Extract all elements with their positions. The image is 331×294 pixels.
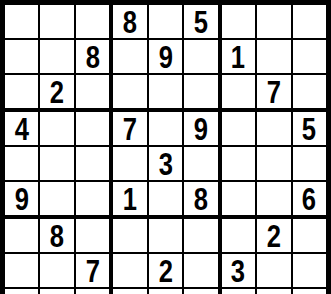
cell-r4c5[interactable] bbox=[149, 112, 182, 145]
cell-r6c9[interactable]: 6 bbox=[293, 182, 326, 215]
cell-r8c3[interactable]: 7 bbox=[76, 254, 109, 287]
cell-r3c1[interactable] bbox=[5, 75, 38, 108]
given-digit: 4 bbox=[15, 112, 29, 145]
cell-r2c7[interactable]: 1 bbox=[222, 40, 255, 73]
cell-r7c5[interactable] bbox=[149, 219, 182, 252]
given-digit: 8 bbox=[194, 182, 208, 215]
cell-r1c2[interactable] bbox=[40, 5, 73, 38]
cell-r5c4[interactable] bbox=[113, 147, 146, 180]
cell-r5c3[interactable] bbox=[76, 147, 109, 180]
given-digit: 3 bbox=[158, 147, 172, 180]
given-digit: 1 bbox=[231, 40, 245, 73]
given-digit: 5 bbox=[302, 112, 316, 145]
box-2-2: 79318 bbox=[113, 112, 217, 215]
cell-r4c8[interactable] bbox=[257, 112, 290, 145]
given-digit: 2 bbox=[267, 219, 281, 252]
cell-r5c6[interactable] bbox=[184, 147, 217, 180]
given-digit: 2 bbox=[50, 75, 64, 108]
cell-r7c4[interactable] bbox=[113, 219, 146, 252]
cell-r9c1[interactable] bbox=[5, 289, 38, 294]
cell-r7c7[interactable] bbox=[222, 219, 255, 252]
cell-r9c5[interactable] bbox=[149, 289, 182, 294]
cell-r1c7[interactable] bbox=[222, 5, 255, 38]
cell-r8c5[interactable]: 2 bbox=[149, 254, 182, 287]
box-3-3: 23 bbox=[222, 219, 326, 294]
given-digit: 6 bbox=[302, 182, 316, 215]
given-digit: 5 bbox=[194, 5, 208, 38]
cell-r9c6[interactable]: 1 bbox=[184, 289, 217, 294]
cell-r4c2[interactable] bbox=[40, 112, 73, 145]
cell-r2c5[interactable]: 9 bbox=[149, 40, 182, 73]
cell-r5c5[interactable]: 3 bbox=[149, 147, 182, 180]
sudoku-board: 82859174979318568725123 bbox=[0, 0, 331, 294]
cell-r8c6[interactable] bbox=[184, 254, 217, 287]
given-digit: 7 bbox=[85, 254, 99, 287]
cell-r2c4[interactable] bbox=[113, 40, 146, 73]
cell-r6c8[interactable] bbox=[257, 182, 290, 215]
cell-r6c5[interactable] bbox=[149, 182, 182, 215]
cell-r4c3[interactable] bbox=[76, 112, 109, 145]
cell-r4c7[interactable] bbox=[222, 112, 255, 145]
cell-r7c8[interactable]: 2 bbox=[257, 219, 290, 252]
given-digit: 9 bbox=[15, 182, 29, 215]
cell-r4c6[interactable]: 9 bbox=[184, 112, 217, 145]
cell-r7c2[interactable]: 8 bbox=[40, 219, 73, 252]
cell-r9c3[interactable] bbox=[76, 289, 109, 294]
cell-r2c2[interactable] bbox=[40, 40, 73, 73]
cell-r7c6[interactable] bbox=[184, 219, 217, 252]
given-digit: 9 bbox=[194, 112, 208, 145]
given-digit: 8 bbox=[85, 40, 99, 73]
box-2-3: 56 bbox=[222, 112, 326, 215]
cell-r6c6[interactable]: 8 bbox=[184, 182, 217, 215]
given-digit: 1 bbox=[123, 182, 137, 215]
cell-r9c4[interactable]: 5 bbox=[113, 289, 146, 294]
given-digit: 7 bbox=[267, 75, 281, 108]
cell-r1c9[interactable] bbox=[293, 5, 326, 38]
cell-r8c8[interactable] bbox=[257, 254, 290, 287]
cell-r8c2[interactable] bbox=[40, 254, 73, 287]
cell-r5c7[interactable] bbox=[222, 147, 255, 180]
box-3-2: 251 bbox=[113, 219, 217, 294]
box-2-1: 49 bbox=[5, 112, 109, 215]
cell-r6c2[interactable] bbox=[40, 182, 73, 215]
cell-r6c7[interactable] bbox=[222, 182, 255, 215]
cell-r1c4[interactable]: 8 bbox=[113, 5, 146, 38]
cell-r8c4[interactable] bbox=[113, 254, 146, 287]
cell-r1c5[interactable] bbox=[149, 5, 182, 38]
cell-r5c1[interactable] bbox=[5, 147, 38, 180]
cell-r9c2[interactable] bbox=[40, 289, 73, 294]
cell-r2c8[interactable] bbox=[257, 40, 290, 73]
cell-r7c9[interactable] bbox=[293, 219, 326, 252]
cell-r5c2[interactable] bbox=[40, 147, 73, 180]
box-1-3: 17 bbox=[222, 5, 326, 108]
cell-r3c8[interactable]: 7 bbox=[257, 75, 290, 108]
box-1-2: 859 bbox=[113, 5, 217, 108]
cell-r7c1[interactable] bbox=[5, 219, 38, 252]
cell-r3c9[interactable] bbox=[293, 75, 326, 108]
cell-r6c4[interactable]: 1 bbox=[113, 182, 146, 215]
cell-r1c3[interactable] bbox=[76, 5, 109, 38]
cell-r8c7[interactable]: 3 bbox=[222, 254, 255, 287]
cell-r2c6[interactable] bbox=[184, 40, 217, 73]
cell-r5c9[interactable] bbox=[293, 147, 326, 180]
box-3-1: 87 bbox=[5, 219, 109, 294]
cell-r9c7[interactable] bbox=[222, 289, 255, 294]
cell-r5c8[interactable] bbox=[257, 147, 290, 180]
cell-r3c5[interactable] bbox=[149, 75, 182, 108]
cell-r1c1[interactable] bbox=[5, 5, 38, 38]
cell-r9c9[interactable] bbox=[293, 289, 326, 294]
cell-r1c6[interactable]: 5 bbox=[184, 5, 217, 38]
given-digit: 7 bbox=[123, 112, 137, 145]
cell-r4c9[interactable]: 5 bbox=[293, 112, 326, 145]
given-digit: 8 bbox=[123, 5, 137, 38]
cell-r6c1[interactable]: 9 bbox=[5, 182, 38, 215]
cell-r3c3[interactable] bbox=[76, 75, 109, 108]
cell-r2c3[interactable]: 8 bbox=[76, 40, 109, 73]
given-digit: 9 bbox=[158, 40, 172, 73]
box-1-1: 82 bbox=[5, 5, 109, 108]
given-digit: 8 bbox=[50, 219, 64, 252]
cell-r4c4[interactable]: 7 bbox=[113, 112, 146, 145]
cell-r9c8[interactable] bbox=[257, 289, 290, 294]
given-digit: 2 bbox=[158, 254, 172, 287]
cell-r2c9[interactable] bbox=[293, 40, 326, 73]
given-digit: 5 bbox=[123, 289, 137, 294]
cell-r3c2[interactable]: 2 bbox=[40, 75, 73, 108]
cell-r8c9[interactable] bbox=[293, 254, 326, 287]
given-digit: 1 bbox=[194, 289, 208, 294]
cell-r2c1[interactable] bbox=[5, 40, 38, 73]
cell-r4c1[interactable]: 4 bbox=[5, 112, 38, 145]
cell-r7c3[interactable] bbox=[76, 219, 109, 252]
cell-r3c7[interactable] bbox=[222, 75, 255, 108]
given-digit: 3 bbox=[231, 254, 245, 287]
cell-r3c6[interactable] bbox=[184, 75, 217, 108]
cell-r6c3[interactable] bbox=[76, 182, 109, 215]
cell-r8c1[interactable] bbox=[5, 254, 38, 287]
cell-r3c4[interactable] bbox=[113, 75, 146, 108]
cell-r1c8[interactable] bbox=[257, 5, 290, 38]
